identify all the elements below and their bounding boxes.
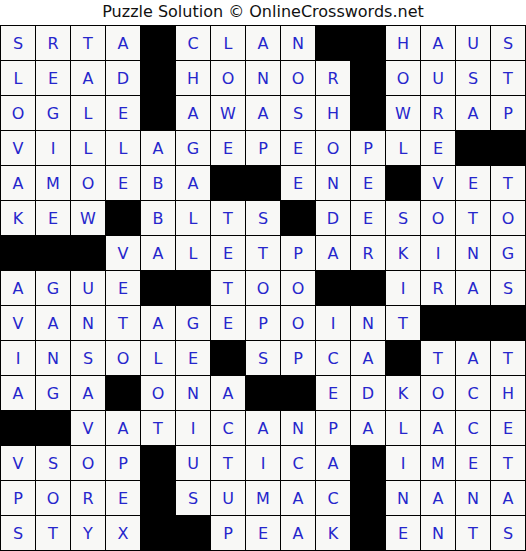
letter-cell: S (491, 516, 525, 550)
letter-cell: Y (71, 516, 105, 550)
letter-cell: T (141, 411, 175, 445)
letter-cell: E (211, 306, 245, 340)
letter-cell: E (106, 271, 140, 305)
black-cell (36, 411, 70, 445)
letter-cell: V (421, 166, 455, 200)
letter-cell: V (1, 446, 35, 480)
letter-cell: N (456, 481, 490, 515)
letter-cell: E (316, 376, 350, 410)
letter-cell: L (176, 236, 210, 270)
black-cell (491, 131, 525, 165)
letter-cell: T (386, 306, 420, 340)
letter-cell: O (71, 166, 105, 200)
letter-cell: E (36, 61, 70, 95)
letter-cell: T (211, 271, 245, 305)
letter-cell: A (351, 341, 385, 375)
letter-cell: O (1, 96, 35, 130)
letter-cell: A (281, 516, 315, 550)
letter-cell: P (351, 131, 385, 165)
letter-cell: H (316, 96, 350, 130)
letter-cell: N (36, 341, 70, 375)
letter-cell: C (211, 411, 245, 445)
letter-cell: P (211, 516, 245, 550)
puzzle-solution-page: Puzzle Solution © OnlineCrosswords.net S… (0, 0, 526, 551)
letter-cell: E (211, 236, 245, 270)
black-cell (351, 96, 385, 130)
letter-cell: P (281, 341, 315, 375)
letter-cell: T (456, 516, 490, 550)
black-cell (1, 411, 35, 445)
letter-cell: I (421, 236, 455, 270)
letter-cell: A (351, 411, 385, 445)
letter-cell: A (316, 446, 350, 480)
letter-cell: R (36, 26, 70, 60)
black-cell (456, 131, 490, 165)
letter-cell: R (351, 236, 385, 270)
letter-cell: S (71, 341, 105, 375)
letter-cell: N (386, 481, 420, 515)
black-cell (211, 341, 245, 375)
letter-cell: A (141, 236, 175, 270)
letter-cell: G (176, 131, 210, 165)
black-cell (36, 236, 70, 270)
letter-cell: U (456, 26, 490, 60)
letter-cell: E (36, 201, 70, 235)
letter-cell: U (211, 481, 245, 515)
letter-cell: U (71, 271, 105, 305)
page-title: Puzzle Solution © OnlineCrosswords.net (0, 0, 526, 25)
letter-cell: A (106, 411, 140, 445)
black-cell (386, 166, 420, 200)
letter-cell: H (386, 26, 420, 60)
letter-cell: A (141, 131, 175, 165)
black-cell (491, 306, 525, 340)
letter-cell: O (491, 201, 525, 235)
letter-cell: E (491, 411, 525, 445)
letter-cell: O (421, 201, 455, 235)
letter-cell: R (316, 61, 350, 95)
letter-cell: A (71, 61, 105, 95)
letter-cell: A (1, 166, 35, 200)
letter-cell: K (316, 516, 350, 550)
letter-cell: D (106, 61, 140, 95)
letter-cell: I (36, 131, 70, 165)
letter-cell: T (491, 446, 525, 480)
black-cell (246, 166, 280, 200)
letter-cell: S (246, 201, 280, 235)
letter-cell: S (1, 26, 35, 60)
letter-cell: T (421, 341, 455, 375)
letter-cell: N (281, 411, 315, 445)
letter-cell: T (456, 201, 490, 235)
letter-cell: S (1, 516, 35, 550)
black-cell (351, 61, 385, 95)
letter-cell: G (36, 271, 70, 305)
letter-cell: T (211, 201, 245, 235)
black-cell (176, 516, 210, 550)
letter-cell: E (246, 516, 280, 550)
letter-cell: O (36, 481, 70, 515)
letter-cell: A (1, 271, 35, 305)
black-cell (351, 446, 385, 480)
black-cell (456, 306, 490, 340)
letter-cell: M (36, 166, 70, 200)
letter-cell: W (386, 96, 420, 130)
letter-cell: C (281, 446, 315, 480)
letter-cell: N (351, 306, 385, 340)
letter-cell: A (421, 481, 455, 515)
letter-cell: P (246, 306, 280, 340)
letter-cell: O (246, 271, 280, 305)
letter-cell: V (71, 411, 105, 445)
letter-cell: A (246, 26, 280, 60)
letter-cell: O (386, 61, 420, 95)
letter-cell: A (456, 96, 490, 130)
letter-cell: S (386, 201, 420, 235)
letter-cell: N (71, 306, 105, 340)
black-cell (246, 376, 280, 410)
letter-cell: E (106, 96, 140, 130)
letter-cell: A (211, 376, 245, 410)
letter-cell: A (71, 376, 105, 410)
black-cell (281, 376, 315, 410)
letter-cell: A (456, 341, 490, 375)
letter-cell: L (71, 131, 105, 165)
letter-cell: M (246, 481, 280, 515)
letter-cell: O (421, 376, 455, 410)
black-cell (386, 341, 420, 375)
letter-cell: A (246, 96, 280, 130)
letter-cell: X (106, 516, 140, 550)
letter-cell: A (36, 306, 70, 340)
letter-cell: P (106, 446, 140, 480)
letter-cell: V (1, 306, 35, 340)
letter-cell: E (281, 166, 315, 200)
letter-cell: L (176, 201, 210, 235)
letter-cell: E (456, 446, 490, 480)
letter-cell: L (71, 96, 105, 130)
letter-cell: M (421, 446, 455, 480)
letter-cell: P (316, 411, 350, 445)
letter-cell: E (386, 516, 420, 550)
letter-cell: C (316, 481, 350, 515)
letter-cell: L (386, 131, 420, 165)
letter-cell: V (106, 236, 140, 270)
letter-cell: A (176, 96, 210, 130)
letter-cell: A (421, 411, 455, 445)
letter-cell: O (141, 376, 175, 410)
letter-cell: C (316, 341, 350, 375)
letter-cell: E (351, 166, 385, 200)
letter-cell: K (1, 201, 35, 235)
letter-cell: K (386, 376, 420, 410)
letter-cell: A (491, 481, 525, 515)
letter-cell: R (421, 271, 455, 305)
letter-cell: U (176, 446, 210, 480)
letter-cell: K (386, 236, 420, 270)
letter-cell: O (316, 131, 350, 165)
letter-cell: C (456, 411, 490, 445)
black-cell (141, 271, 175, 305)
letter-cell: S (246, 341, 280, 375)
letter-cell: G (176, 306, 210, 340)
letter-cell: O (281, 61, 315, 95)
letter-cell: A (316, 236, 350, 270)
black-cell (351, 481, 385, 515)
letter-cell: L (141, 341, 175, 375)
letter-cell: N (281, 26, 315, 60)
letter-cell: I (386, 446, 420, 480)
black-cell (421, 306, 455, 340)
letter-cell: O (281, 306, 315, 340)
letter-cell: R (71, 481, 105, 515)
letter-cell: L (1, 61, 35, 95)
letter-cell: A (246, 411, 280, 445)
letter-cell: G (491, 236, 525, 270)
black-cell (176, 271, 210, 305)
letter-cell: A (456, 271, 490, 305)
letter-cell: L (211, 26, 245, 60)
black-cell (281, 201, 315, 235)
letter-cell: L (106, 131, 140, 165)
letter-cell: A (421, 26, 455, 60)
letter-cell: E (176, 341, 210, 375)
letter-cell: T (491, 341, 525, 375)
letter-cell: G (36, 96, 70, 130)
letter-cell: T (71, 26, 105, 60)
black-cell (211, 166, 245, 200)
letter-cell: T (106, 306, 140, 340)
letter-cell: A (281, 481, 315, 515)
letter-cell: E (106, 166, 140, 200)
letter-cell: S (281, 96, 315, 130)
letter-cell: B (141, 166, 175, 200)
letter-cell: S (456, 61, 490, 95)
letter-cell: P (281, 236, 315, 270)
letter-cell: I (246, 446, 280, 480)
letter-cell: O (106, 341, 140, 375)
letter-cell: A (106, 26, 140, 60)
letter-cell: W (211, 96, 245, 130)
black-cell (141, 446, 175, 480)
letter-cell: N (176, 376, 210, 410)
letter-cell: S (36, 446, 70, 480)
letter-cell: N (421, 516, 455, 550)
letter-cell: A (141, 306, 175, 340)
black-cell (351, 26, 385, 60)
letter-cell: H (491, 376, 525, 410)
letter-cell: D (351, 376, 385, 410)
letter-cell: R (421, 96, 455, 130)
letter-cell: C (456, 376, 490, 410)
letter-cell: E (351, 201, 385, 235)
letter-cell: T (36, 516, 70, 550)
black-cell (351, 516, 385, 550)
letter-cell: O (71, 446, 105, 480)
letter-cell: N (316, 166, 350, 200)
black-cell (141, 481, 175, 515)
letter-cell: B (141, 201, 175, 235)
black-cell (141, 61, 175, 95)
letter-cell: N (456, 236, 490, 270)
black-cell (106, 376, 140, 410)
letter-cell: H (176, 61, 210, 95)
letter-cell: T (211, 446, 245, 480)
letter-cell: I (316, 306, 350, 340)
black-cell (106, 201, 140, 235)
black-cell (141, 516, 175, 550)
letter-cell: P (491, 96, 525, 130)
letter-cell: U (421, 61, 455, 95)
letter-cell: I (176, 411, 210, 445)
black-cell (71, 236, 105, 270)
letter-cell: S (176, 481, 210, 515)
letter-cell: I (386, 271, 420, 305)
letter-cell: S (491, 26, 525, 60)
letter-cell: O (211, 61, 245, 95)
black-cell (141, 96, 175, 130)
black-cell (351, 271, 385, 305)
letter-cell: L (386, 411, 420, 445)
letter-cell: D (316, 201, 350, 235)
black-cell (316, 271, 350, 305)
letter-cell: T (246, 236, 280, 270)
letter-cell: N (246, 61, 280, 95)
black-cell (141, 26, 175, 60)
letter-cell: S (491, 271, 525, 305)
letter-cell: E (421, 131, 455, 165)
letter-cell: W (71, 201, 105, 235)
letter-cell: E (281, 131, 315, 165)
letter-cell: C (176, 26, 210, 60)
letter-cell: A (176, 166, 210, 200)
letter-cell: P (246, 131, 280, 165)
black-cell (1, 236, 35, 270)
letter-cell: E (106, 481, 140, 515)
letter-cell: O (281, 271, 315, 305)
crossword-grid: SRTACLANHAUSLEADHONOROUSTOGLEAWASHWRAPVI… (0, 25, 526, 551)
letter-cell: G (36, 376, 70, 410)
letter-cell: P (1, 481, 35, 515)
letter-cell: E (456, 166, 490, 200)
black-cell (316, 26, 350, 60)
letter-cell: A (1, 376, 35, 410)
letter-cell: T (491, 61, 525, 95)
letter-cell: E (211, 131, 245, 165)
letter-cell: T (491, 166, 525, 200)
letter-cell: I (1, 341, 35, 375)
letter-cell: V (1, 131, 35, 165)
